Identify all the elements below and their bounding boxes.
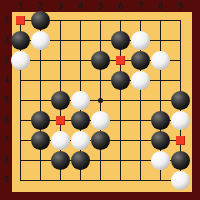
coord-label-top-9: 9	[175, 1, 185, 11]
coord-label-top-1: 1	[15, 1, 25, 11]
black-stone[interactable]	[51, 91, 70, 110]
white-stone[interactable]	[171, 171, 190, 190]
go-board-diagram: 123456789 123456789	[0, 0, 200, 200]
black-stone[interactable]	[91, 51, 110, 70]
black-stone[interactable]	[31, 11, 50, 30]
red-square-marker	[116, 56, 125, 65]
white-stone[interactable]	[91, 111, 110, 130]
black-stone[interactable]	[31, 111, 50, 130]
black-stone[interactable]	[111, 71, 130, 90]
coord-label-top-5: 5	[95, 1, 105, 11]
white-stone[interactable]	[11, 51, 30, 70]
white-stone[interactable]	[151, 51, 170, 70]
coord-label-left-3: 3	[1, 55, 11, 65]
red-square-marker	[16, 16, 25, 25]
black-stone[interactable]	[11, 31, 30, 50]
coord-label-top-6: 6	[115, 1, 125, 11]
red-square-marker	[56, 116, 65, 125]
coord-label-top-8: 8	[155, 1, 165, 11]
black-stone[interactable]	[51, 151, 70, 170]
black-stone[interactable]	[171, 91, 190, 110]
white-stone[interactable]	[171, 111, 190, 130]
coord-label-left-2: 2	[1, 35, 11, 45]
white-stone[interactable]	[71, 131, 90, 150]
red-square-marker	[176, 136, 185, 145]
coord-label-top-2: 2	[35, 1, 45, 11]
black-stone[interactable]	[151, 131, 170, 150]
black-stone[interactable]	[151, 111, 170, 130]
coord-label-left-9: 9	[1, 175, 11, 185]
black-stone[interactable]	[31, 131, 50, 150]
black-stone[interactable]	[71, 151, 90, 170]
coord-label-top-4: 4	[75, 1, 85, 11]
black-stone[interactable]	[171, 151, 190, 170]
black-stone[interactable]	[131, 51, 150, 70]
coord-label-left-1: 1	[1, 15, 11, 25]
white-stone[interactable]	[151, 151, 170, 170]
star-point	[98, 98, 103, 103]
coord-label-left-4: 4	[1, 75, 11, 85]
coord-label-left-5: 5	[1, 95, 11, 105]
white-stone[interactable]	[71, 91, 90, 110]
coord-label-left-7: 7	[1, 135, 11, 145]
white-stone[interactable]	[31, 31, 50, 50]
coord-label-top-3: 3	[55, 1, 65, 11]
black-stone[interactable]	[111, 31, 130, 50]
coord-label-left-8: 8	[1, 155, 11, 165]
white-stone[interactable]	[131, 71, 150, 90]
white-stone[interactable]	[51, 131, 70, 150]
black-stone[interactable]	[91, 131, 110, 150]
white-stone[interactable]	[131, 31, 150, 50]
coord-label-top-7: 7	[135, 1, 145, 11]
coord-label-left-6: 6	[1, 115, 11, 125]
black-stone[interactable]	[71, 111, 90, 130]
